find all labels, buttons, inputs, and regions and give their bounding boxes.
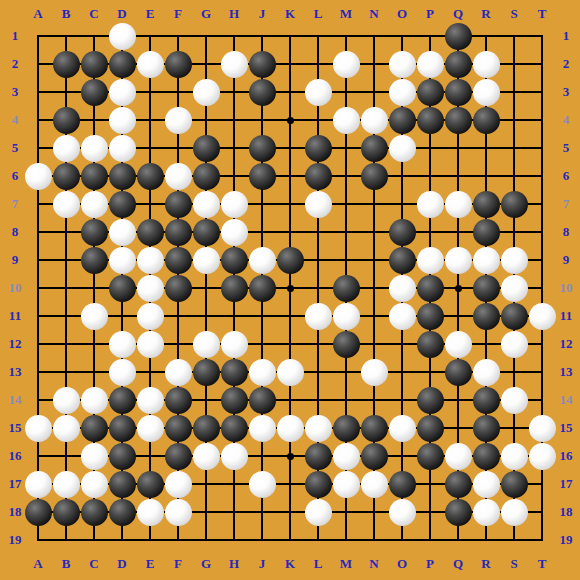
black-stone[interactable]	[193, 415, 220, 442]
white-stone[interactable]	[389, 415, 416, 442]
black-stone[interactable]	[445, 359, 472, 386]
white-stone[interactable]	[109, 107, 136, 134]
black-stone[interactable]	[445, 51, 472, 78]
white-stone[interactable]	[165, 107, 192, 134]
black-stone[interactable]	[109, 415, 136, 442]
row-label: 1	[2, 28, 28, 44]
column-label: L	[305, 556, 331, 572]
white-stone[interactable]	[109, 79, 136, 106]
white-stone[interactable]	[389, 51, 416, 78]
white-stone[interactable]	[249, 359, 276, 386]
white-stone[interactable]	[109, 247, 136, 274]
row-label: 2	[2, 56, 28, 72]
white-stone[interactable]	[109, 331, 136, 358]
black-stone[interactable]	[249, 51, 276, 78]
white-stone[interactable]	[389, 499, 416, 526]
white-stone[interactable]	[389, 275, 416, 302]
white-stone[interactable]	[221, 219, 248, 246]
white-stone[interactable]	[361, 107, 388, 134]
black-stone[interactable]	[249, 135, 276, 162]
black-stone[interactable]	[333, 331, 360, 358]
black-stone[interactable]	[305, 163, 332, 190]
goban[interactable]: ABCDEFGHJKLMNOPQRST ABCDEFGHJKLMNOPQRST …	[0, 0, 580, 580]
black-stone[interactable]	[25, 499, 52, 526]
white-stone[interactable]	[445, 247, 472, 274]
white-stone[interactable]	[165, 163, 192, 190]
column-label: S	[501, 556, 527, 572]
white-stone[interactable]	[81, 443, 108, 470]
black-stone[interactable]	[473, 219, 500, 246]
white-stone[interactable]	[445, 331, 472, 358]
row-label: 8	[2, 224, 28, 240]
black-stone[interactable]	[193, 359, 220, 386]
white-stone[interactable]	[389, 303, 416, 330]
black-stone[interactable]	[417, 275, 444, 302]
black-stone[interactable]	[361, 443, 388, 470]
black-stone[interactable]	[445, 79, 472, 106]
white-stone[interactable]	[473, 499, 500, 526]
white-stone[interactable]	[109, 359, 136, 386]
row-label: 16	[553, 448, 579, 464]
column-label: M	[333, 6, 359, 22]
column-label: O	[389, 556, 415, 572]
black-stone[interactable]	[109, 499, 136, 526]
white-stone[interactable]	[137, 275, 164, 302]
black-stone[interactable]	[249, 79, 276, 106]
row-label: 12	[2, 336, 28, 352]
column-label: K	[277, 6, 303, 22]
white-stone[interactable]	[361, 471, 388, 498]
black-stone[interactable]	[389, 107, 416, 134]
row-label: 15	[553, 420, 579, 436]
black-stone[interactable]	[165, 191, 192, 218]
black-stone[interactable]	[361, 415, 388, 442]
black-stone[interactable]	[473, 303, 500, 330]
black-stone[interactable]	[445, 23, 472, 50]
white-stone[interactable]	[305, 191, 332, 218]
white-stone[interactable]	[137, 415, 164, 442]
white-stone[interactable]	[81, 303, 108, 330]
black-stone[interactable]	[81, 51, 108, 78]
black-stone[interactable]	[165, 443, 192, 470]
column-label: B	[53, 6, 79, 22]
white-stone[interactable]	[137, 499, 164, 526]
black-stone[interactable]	[417, 79, 444, 106]
row-label: 3	[553, 84, 579, 100]
column-label: P	[417, 6, 443, 22]
row-label: 10	[2, 280, 28, 296]
black-stone[interactable]	[473, 443, 500, 470]
black-stone[interactable]	[501, 303, 528, 330]
white-stone[interactable]	[445, 191, 472, 218]
column-label: D	[109, 6, 135, 22]
white-stone[interactable]	[221, 443, 248, 470]
white-stone[interactable]	[333, 51, 360, 78]
column-label: D	[109, 556, 135, 572]
row-label: 11	[553, 308, 579, 324]
black-stone[interactable]	[249, 387, 276, 414]
white-stone[interactable]	[109, 219, 136, 246]
column-label: O	[389, 6, 415, 22]
row-label: 1	[553, 28, 579, 44]
white-stone[interactable]	[389, 135, 416, 162]
white-stone[interactable]	[305, 303, 332, 330]
black-stone[interactable]	[473, 275, 500, 302]
column-label: G	[193, 6, 219, 22]
black-stone[interactable]	[305, 135, 332, 162]
column-label: F	[165, 556, 191, 572]
black-stone[interactable]	[473, 191, 500, 218]
white-stone[interactable]	[333, 471, 360, 498]
black-stone[interactable]	[193, 135, 220, 162]
black-stone[interactable]	[221, 387, 248, 414]
black-stone[interactable]	[333, 415, 360, 442]
white-stone[interactable]	[249, 415, 276, 442]
black-stone[interactable]	[53, 107, 80, 134]
black-stone[interactable]	[445, 107, 472, 134]
row-label: 18	[553, 504, 579, 520]
row-label: 13	[2, 364, 28, 380]
black-stone[interactable]	[417, 331, 444, 358]
white-stone[interactable]	[473, 471, 500, 498]
white-stone[interactable]	[305, 79, 332, 106]
white-stone[interactable]	[137, 303, 164, 330]
column-label: Q	[445, 556, 471, 572]
white-stone[interactable]	[165, 499, 192, 526]
black-stone[interactable]	[361, 135, 388, 162]
black-stone[interactable]	[249, 163, 276, 190]
white-stone[interactable]	[501, 331, 528, 358]
white-stone[interactable]	[333, 443, 360, 470]
black-stone[interactable]	[53, 499, 80, 526]
white-stone[interactable]	[501, 499, 528, 526]
column-label: N	[361, 556, 387, 572]
column-label: M	[333, 556, 359, 572]
black-stone[interactable]	[165, 247, 192, 274]
white-stone[interactable]	[109, 23, 136, 50]
black-stone[interactable]	[81, 219, 108, 246]
black-stone[interactable]	[109, 51, 136, 78]
star-point	[455, 285, 462, 292]
column-label: E	[137, 6, 163, 22]
column-label: C	[81, 6, 107, 22]
column-label: S	[501, 6, 527, 22]
row-label: 10	[553, 280, 579, 296]
row-label: 5	[553, 140, 579, 156]
black-stone[interactable]	[473, 107, 500, 134]
white-stone[interactable]	[193, 247, 220, 274]
white-stone[interactable]	[529, 415, 556, 442]
white-stone[interactable]	[473, 359, 500, 386]
black-stone[interactable]	[81, 163, 108, 190]
black-stone[interactable]	[109, 163, 136, 190]
column-label: B	[53, 556, 79, 572]
black-stone[interactable]	[389, 471, 416, 498]
white-stone[interactable]	[25, 471, 52, 498]
white-stone[interactable]	[137, 51, 164, 78]
column-label: H	[221, 6, 247, 22]
horizontal-line	[37, 539, 543, 541]
white-stone[interactable]	[333, 107, 360, 134]
white-stone[interactable]	[277, 415, 304, 442]
white-stone[interactable]	[53, 471, 80, 498]
column-label: P	[417, 556, 443, 572]
black-stone[interactable]	[165, 275, 192, 302]
black-stone[interactable]	[109, 443, 136, 470]
black-stone[interactable]	[277, 247, 304, 274]
row-label: 4	[2, 112, 28, 128]
row-label: 7	[553, 196, 579, 212]
column-label: R	[473, 556, 499, 572]
black-stone[interactable]	[81, 499, 108, 526]
white-stone[interactable]	[501, 387, 528, 414]
white-stone[interactable]	[333, 303, 360, 330]
white-stone[interactable]	[165, 359, 192, 386]
row-label: 8	[553, 224, 579, 240]
black-stone[interactable]	[417, 387, 444, 414]
black-stone[interactable]	[221, 415, 248, 442]
white-stone[interactable]	[249, 471, 276, 498]
row-label: 7	[2, 196, 28, 212]
black-stone[interactable]	[305, 443, 332, 470]
white-stone[interactable]	[417, 191, 444, 218]
black-stone[interactable]	[445, 499, 472, 526]
star-point	[287, 453, 294, 460]
white-stone[interactable]	[417, 247, 444, 274]
column-label: T	[529, 6, 555, 22]
column-label: J	[249, 6, 275, 22]
black-stone[interactable]	[81, 415, 108, 442]
black-stone[interactable]	[417, 443, 444, 470]
white-stone[interactable]	[81, 135, 108, 162]
row-label: 3	[2, 84, 28, 100]
row-label: 2	[553, 56, 579, 72]
black-stone[interactable]	[501, 191, 528, 218]
white-stone[interactable]	[81, 191, 108, 218]
black-stone[interactable]	[109, 275, 136, 302]
black-stone[interactable]	[165, 51, 192, 78]
column-label: N	[361, 6, 387, 22]
column-label: H	[221, 556, 247, 572]
white-stone[interactable]	[137, 387, 164, 414]
black-stone[interactable]	[165, 219, 192, 246]
column-label: T	[529, 556, 555, 572]
black-stone[interactable]	[305, 471, 332, 498]
black-stone[interactable]	[333, 275, 360, 302]
black-stone[interactable]	[165, 415, 192, 442]
black-stone[interactable]	[221, 275, 248, 302]
column-label: Q	[445, 6, 471, 22]
white-stone[interactable]	[193, 443, 220, 470]
row-label: 14	[2, 392, 28, 408]
white-stone[interactable]	[221, 331, 248, 358]
row-label: 19	[553, 532, 579, 548]
black-stone[interactable]	[417, 303, 444, 330]
white-stone[interactable]	[193, 331, 220, 358]
white-stone[interactable]	[501, 275, 528, 302]
black-stone[interactable]	[137, 471, 164, 498]
white-stone[interactable]	[137, 331, 164, 358]
row-label: 4	[553, 112, 579, 128]
white-stone[interactable]	[249, 247, 276, 274]
black-stone[interactable]	[53, 163, 80, 190]
white-stone[interactable]	[305, 415, 332, 442]
white-stone[interactable]	[501, 443, 528, 470]
black-stone[interactable]	[221, 247, 248, 274]
row-label: 14	[553, 392, 579, 408]
white-stone[interactable]	[109, 135, 136, 162]
column-label: R	[473, 6, 499, 22]
row-label: 5	[2, 140, 28, 156]
black-stone[interactable]	[109, 387, 136, 414]
white-stone[interactable]	[389, 79, 416, 106]
black-stone[interactable]	[137, 219, 164, 246]
black-stone[interactable]	[109, 191, 136, 218]
black-stone[interactable]	[473, 387, 500, 414]
black-stone[interactable]	[221, 359, 248, 386]
horizontal-line	[37, 315, 543, 317]
black-stone[interactable]	[249, 275, 276, 302]
row-label: 12	[553, 336, 579, 352]
row-label: 17	[553, 476, 579, 492]
black-stone[interactable]	[417, 107, 444, 134]
column-label: F	[165, 6, 191, 22]
row-label: 9	[2, 252, 28, 268]
row-label: 13	[553, 364, 579, 380]
column-label: E	[137, 556, 163, 572]
black-stone[interactable]	[81, 79, 108, 106]
white-stone[interactable]	[25, 163, 52, 190]
white-stone[interactable]	[473, 247, 500, 274]
black-stone[interactable]	[81, 247, 108, 274]
black-stone[interactable]	[445, 471, 472, 498]
white-stone[interactable]	[193, 79, 220, 106]
white-stone[interactable]	[417, 51, 444, 78]
white-stone[interactable]	[25, 415, 52, 442]
row-label: 11	[2, 308, 28, 324]
white-stone[interactable]	[277, 359, 304, 386]
white-stone[interactable]	[53, 135, 80, 162]
black-stone[interactable]	[193, 219, 220, 246]
black-stone[interactable]	[165, 387, 192, 414]
black-stone[interactable]	[109, 471, 136, 498]
white-stone[interactable]	[81, 471, 108, 498]
white-stone[interactable]	[221, 191, 248, 218]
white-stone[interactable]	[529, 303, 556, 330]
white-stone[interactable]	[473, 79, 500, 106]
white-stone[interactable]	[81, 387, 108, 414]
row-label: 9	[553, 252, 579, 268]
black-stone[interactable]	[389, 219, 416, 246]
black-stone[interactable]	[361, 163, 388, 190]
column-label: J	[249, 556, 275, 572]
white-stone[interactable]	[221, 51, 248, 78]
row-label: 19	[2, 532, 28, 548]
white-stone[interactable]	[529, 443, 556, 470]
black-stone[interactable]	[137, 163, 164, 190]
column-label: K	[277, 556, 303, 572]
white-stone[interactable]	[501, 247, 528, 274]
column-label: G	[193, 556, 219, 572]
white-stone[interactable]	[473, 51, 500, 78]
column-label: L	[305, 6, 331, 22]
row-label: 6	[553, 168, 579, 184]
black-stone[interactable]	[417, 415, 444, 442]
black-stone[interactable]	[389, 247, 416, 274]
white-stone[interactable]	[53, 191, 80, 218]
white-stone[interactable]	[165, 471, 192, 498]
column-label: C	[81, 556, 107, 572]
black-stone[interactable]	[473, 415, 500, 442]
white-stone[interactable]	[445, 443, 472, 470]
star-point	[287, 285, 294, 292]
column-label: A	[25, 556, 51, 572]
black-stone[interactable]	[53, 51, 80, 78]
white-stone[interactable]	[137, 247, 164, 274]
black-stone[interactable]	[501, 471, 528, 498]
white-stone[interactable]	[361, 359, 388, 386]
white-stone[interactable]	[193, 191, 220, 218]
column-label: A	[25, 6, 51, 22]
white-stone[interactable]	[53, 387, 80, 414]
star-point	[287, 117, 294, 124]
white-stone[interactable]	[305, 499, 332, 526]
row-label: 16	[2, 448, 28, 464]
white-stone[interactable]	[53, 415, 80, 442]
black-stone[interactable]	[193, 163, 220, 190]
